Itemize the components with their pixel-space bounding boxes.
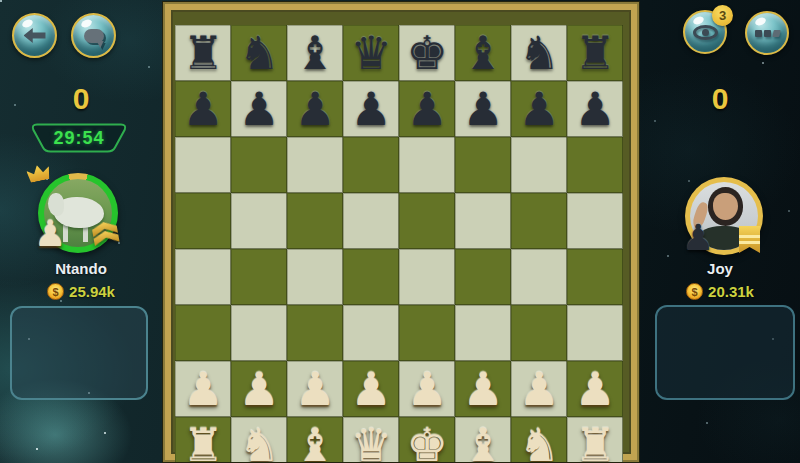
square-f6[interactable]	[455, 137, 511, 193]
black-pawn: ♟	[350, 81, 391, 137]
left-player-name: Ntando	[0, 260, 162, 277]
black-rook: ♜	[182, 25, 223, 81]
square-g5[interactable]	[511, 193, 567, 249]
white-rook: ♜	[182, 417, 223, 463]
square-h1[interactable]: ♜	[567, 417, 623, 463]
black-pawn: ♟	[406, 81, 447, 137]
white-queen: ♛	[350, 417, 391, 463]
square-c7[interactable]: ♟	[287, 81, 343, 137]
square-c4[interactable]	[287, 249, 343, 305]
square-b5[interactable]	[231, 193, 287, 249]
square-a1[interactable]: ♜	[175, 417, 231, 463]
square-a4[interactable]	[175, 249, 231, 305]
square-e8[interactable]: ♚	[399, 25, 455, 81]
white-side-pawn-icon: ♟	[34, 216, 66, 252]
back-button[interactable]	[12, 13, 57, 58]
coin-icon: $	[47, 283, 64, 300]
black-rook: ♜	[574, 25, 615, 81]
chess-game-screen: ♜♞♝♛♚♝♞♜♟♟♟♟♟♟♟♟♟♟♟♟♟♟♟♟♜♞♝♛♚♝♞♜ 0 29:54	[0, 0, 800, 463]
square-e5[interactable]	[399, 193, 455, 249]
square-b1[interactable]: ♞	[231, 417, 287, 463]
black-bishop: ♝	[462, 25, 503, 81]
square-f4[interactable]	[455, 249, 511, 305]
square-d4[interactable]	[343, 249, 399, 305]
white-pawn: ♟	[238, 361, 279, 417]
white-king: ♚	[406, 417, 447, 463]
white-pawn: ♟	[518, 361, 559, 417]
menu-squares-icon	[755, 30, 780, 37]
chess-board-frame: ♜♞♝♛♚♝♞♜♟♟♟♟♟♟♟♟♟♟♟♟♟♟♟♟♜♞♝♛♚♝♞♜	[162, 1, 640, 463]
black-knight: ♞	[238, 25, 279, 81]
left-player-panel: 0 29:54 ♟ Ntando $ 25.94k	[0, 0, 162, 463]
black-side-pawn-icon: ♟	[682, 220, 714, 256]
square-e4[interactable]	[399, 249, 455, 305]
square-g2[interactable]: ♟	[511, 361, 567, 417]
black-pawn: ♟	[238, 81, 279, 137]
left-money-value: 25.94k	[69, 283, 115, 300]
square-f5[interactable]	[455, 193, 511, 249]
square-b7[interactable]: ♟	[231, 81, 287, 137]
square-d8[interactable]: ♛	[343, 25, 399, 81]
square-b8[interactable]: ♞	[231, 25, 287, 81]
chat-button[interactable]	[71, 13, 116, 58]
square-a6[interactable]	[175, 137, 231, 193]
square-h4[interactable]	[567, 249, 623, 305]
right-chat-panel	[655, 305, 795, 400]
square-d1[interactable]: ♛	[343, 417, 399, 463]
square-f7[interactable]: ♟	[455, 81, 511, 137]
square-e1[interactable]: ♚	[399, 417, 455, 463]
square-g3[interactable]	[511, 305, 567, 361]
black-bishop: ♝	[294, 25, 335, 81]
square-a2[interactable]: ♟	[175, 361, 231, 417]
square-f1[interactable]: ♝	[455, 417, 511, 463]
square-a7[interactable]: ♟	[175, 81, 231, 137]
white-pawn: ♟	[574, 361, 615, 417]
coin-icon: $	[686, 283, 703, 300]
back-arrow-icon	[24, 28, 46, 43]
menu-button[interactable]	[745, 11, 789, 55]
square-g6[interactable]	[511, 137, 567, 193]
white-pawn: ♟	[294, 361, 335, 417]
square-f8[interactable]: ♝	[455, 25, 511, 81]
square-d6[interactable]	[343, 137, 399, 193]
left-money-row: $ 25.94k	[0, 283, 162, 300]
white-pawn: ♟	[462, 361, 503, 417]
right-player-name: Joy	[640, 260, 800, 277]
spectator-count-badge: 3	[712, 5, 733, 26]
black-knight: ♞	[518, 25, 559, 81]
black-pawn: ♟	[574, 81, 615, 137]
square-a8[interactable]: ♜	[175, 25, 231, 81]
square-c8[interactable]: ♝	[287, 25, 343, 81]
square-c1[interactable]: ♝	[287, 417, 343, 463]
square-e7[interactable]: ♟	[399, 81, 455, 137]
white-bishop: ♝	[294, 417, 335, 463]
square-a3[interactable]	[175, 305, 231, 361]
square-b4[interactable]	[231, 249, 287, 305]
square-d7[interactable]: ♟	[343, 81, 399, 137]
white-pawn: ♟	[182, 361, 223, 417]
black-pawn: ♟	[518, 81, 559, 137]
square-c6[interactable]	[287, 137, 343, 193]
square-a5[interactable]	[175, 193, 231, 249]
square-h3[interactable]	[567, 305, 623, 361]
right-money-row: $ 20.31k	[640, 283, 800, 300]
square-g7[interactable]: ♟	[511, 81, 567, 137]
square-c2[interactable]: ♟	[287, 361, 343, 417]
square-e3[interactable]	[399, 305, 455, 361]
square-h5[interactable]	[567, 193, 623, 249]
square-b6[interactable]	[231, 137, 287, 193]
white-bishop: ♝	[462, 417, 503, 463]
ribbon-badge-icon	[739, 226, 760, 253]
white-pawn: ♟	[350, 361, 391, 417]
timer-value: 29:54	[30, 123, 128, 153]
timer-badge: 29:54	[30, 123, 128, 153]
right-player-panel: 3 0 ♟ Joy $ 20.31k	[640, 0, 800, 463]
black-king: ♚	[406, 25, 447, 81]
square-e2[interactable]: ♟	[399, 361, 455, 417]
square-c5[interactable]	[287, 193, 343, 249]
square-e6[interactable]	[399, 137, 455, 193]
square-b2[interactable]: ♟	[231, 361, 287, 417]
chat-bubble-icon	[84, 29, 104, 43]
black-queen: ♛	[350, 25, 391, 81]
square-d3[interactable]	[343, 305, 399, 361]
eye-icon	[693, 25, 718, 40]
crown-icon	[26, 163, 52, 183]
white-pawn: ♟	[406, 361, 447, 417]
square-c3[interactable]	[287, 305, 343, 361]
left-score: 0	[0, 82, 162, 116]
black-pawn: ♟	[462, 81, 503, 137]
square-h7[interactable]: ♟	[567, 81, 623, 137]
square-h2[interactable]: ♟	[567, 361, 623, 417]
rank-chevron-icon	[91, 220, 120, 248]
square-h6[interactable]	[567, 137, 623, 193]
square-b3[interactable]	[231, 305, 287, 361]
black-pawn: ♟	[294, 81, 335, 137]
white-rook: ♜	[574, 417, 615, 463]
white-knight: ♞	[238, 417, 279, 463]
square-h8[interactable]: ♜	[567, 25, 623, 81]
square-g8[interactable]: ♞	[511, 25, 567, 81]
right-money-value: 20.31k	[708, 283, 754, 300]
square-d2[interactable]: ♟	[343, 361, 399, 417]
black-pawn: ♟	[182, 81, 223, 137]
right-score: 0	[640, 82, 800, 116]
white-knight: ♞	[518, 417, 559, 463]
square-f3[interactable]	[455, 305, 511, 361]
chess-board[interactable]: ♜♞♝♛♚♝♞♜♟♟♟♟♟♟♟♟♟♟♟♟♟♟♟♟♜♞♝♛♚♝♞♜	[175, 25, 623, 463]
left-chat-panel	[10, 306, 148, 400]
square-f2[interactable]: ♟	[455, 361, 511, 417]
square-g1[interactable]: ♞	[511, 417, 567, 463]
square-d5[interactable]	[343, 193, 399, 249]
square-g4[interactable]	[511, 249, 567, 305]
